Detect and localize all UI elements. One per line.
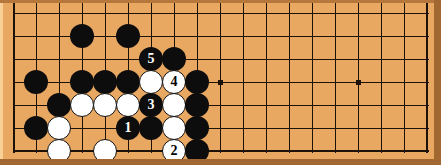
white-stone-move-4: 4 <box>162 70 186 94</box>
black-stone <box>24 70 48 94</box>
black-stone <box>47 93 71 117</box>
white-stone <box>93 93 117 117</box>
black-stone <box>162 47 186 71</box>
grid-line-vertical <box>426 3 428 153</box>
grid-line-horizontal <box>13 150 429 152</box>
grid-line-vertical <box>220 3 221 153</box>
black-stone-move-1: 1 <box>116 116 140 140</box>
white-stone <box>162 116 186 140</box>
black-stone <box>139 116 163 140</box>
board-top-crop-edge <box>0 0 441 3</box>
star-point <box>218 80 223 85</box>
go-board: 54312 <box>0 0 441 165</box>
move-number-label: 5 <box>148 52 155 66</box>
board-left-side <box>0 3 3 159</box>
grid-line-vertical <box>266 3 267 153</box>
grid-line-vertical <box>381 3 382 153</box>
grid-line-vertical <box>404 3 405 153</box>
black-stone <box>116 24 140 48</box>
board-bottom-side <box>0 159 441 165</box>
black-stone <box>185 93 209 117</box>
star-point <box>356 80 361 85</box>
grid-line-horizontal <box>13 13 429 14</box>
move-number-label: 3 <box>148 98 155 112</box>
black-stone <box>116 70 140 94</box>
grid-line-vertical <box>289 3 290 153</box>
black-stone <box>185 70 209 94</box>
white-stone <box>139 70 163 94</box>
white-stone <box>116 93 140 117</box>
grid-line-vertical <box>13 3 15 153</box>
white-stone <box>162 93 186 117</box>
grid-line-vertical <box>335 3 336 153</box>
black-stone <box>70 70 94 94</box>
grid-line-horizontal <box>13 59 429 60</box>
grid-line-vertical <box>312 3 313 153</box>
black-stone <box>24 116 48 140</box>
move-number-label: 1 <box>125 121 132 135</box>
black-stone-move-3: 3 <box>139 93 163 117</box>
move-number-label: 2 <box>171 144 178 158</box>
black-stone <box>93 70 117 94</box>
black-stone <box>70 24 94 48</box>
black-stone <box>185 116 209 140</box>
black-stone-move-5: 5 <box>139 47 163 71</box>
grid-line-horizontal <box>13 128 429 129</box>
white-stone <box>70 93 94 117</box>
white-stone <box>47 116 71 140</box>
move-number-label: 4 <box>171 75 178 89</box>
board-right-side <box>434 0 441 165</box>
grid-line-vertical <box>358 3 359 153</box>
grid-line-vertical <box>243 3 244 153</box>
